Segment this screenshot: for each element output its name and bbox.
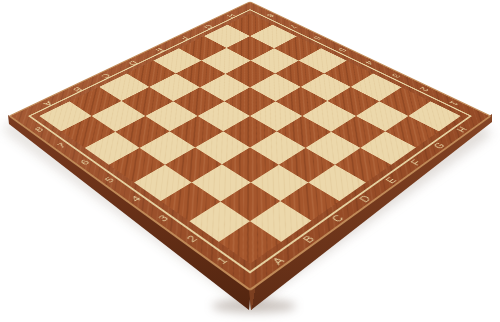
rank-label: 8 — [33, 126, 45, 133]
rank-label: 7 — [55, 142, 67, 150]
file-label-far: B — [71, 86, 83, 93]
rank-label-far: 4 — [362, 59, 373, 65]
rank-label-far: 1 — [447, 100, 459, 107]
file-label-far: C — [99, 72, 111, 79]
rank-label-far: 5 — [336, 47, 347, 53]
rank-label: 6 — [79, 158, 91, 166]
file-label: H — [454, 125, 468, 133]
file-label-far: D — [126, 59, 138, 65]
rank-label: 4 — [129, 194, 142, 203]
rank-label: 5 — [103, 176, 116, 184]
rank-label-far: 3 — [389, 72, 401, 78]
file-label-far: F — [178, 35, 189, 41]
file-label: C — [329, 213, 345, 223]
file-label: B — [300, 234, 316, 244]
rank-label-far: 8 — [264, 13, 274, 18]
board-shadow-corner — [212, 299, 296, 313]
file-label: D — [357, 194, 372, 204]
rank-label-far: 2 — [417, 86, 429, 92]
file-label: E — [383, 176, 398, 185]
rank-label: 2 — [185, 234, 199, 244]
file-label: F — [408, 158, 422, 166]
chessboard-photo: AA11BB22CC33DD44EE55FF66GG77HH88 — [0, 0, 500, 322]
rank-label: 3 — [156, 214, 170, 223]
file-label-far: A — [41, 100, 53, 107]
file-label: G — [431, 141, 446, 150]
file-label-far: H — [225, 12, 236, 18]
board-grid — [39, 14, 460, 264]
rank-label-far: 7 — [287, 24, 298, 29]
file-label: A — [270, 255, 286, 266]
file-label-far: E — [153, 47, 164, 53]
rank-label: 1 — [215, 255, 230, 265]
rank-label-far: 6 — [311, 35, 322, 40]
board-face: AA11BB22CC33DD44EE55FF66GG77HH88 — [8, 1, 492, 291]
chess-board: AA11BB22CC33DD44EE55FF66GG77HH88 — [8, 1, 492, 291]
file-label-far: G — [202, 23, 214, 29]
